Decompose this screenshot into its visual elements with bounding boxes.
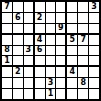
cell-r3c6[interactable]: 9 bbox=[56, 24, 66, 34]
cell-r2c2[interactable]: 6 bbox=[13, 13, 23, 23]
cell-r1c6[interactable] bbox=[56, 2, 66, 12]
cell-r2c7[interactable] bbox=[67, 13, 77, 23]
cell-r1c5[interactable] bbox=[46, 2, 56, 12]
cell-r3c7[interactable] bbox=[67, 24, 77, 34]
cell-r4c9[interactable] bbox=[89, 35, 99, 45]
cell-r6c3[interactable] bbox=[24, 56, 34, 66]
cell-r7c2[interactable]: 2 bbox=[13, 67, 23, 77]
given-digit: 1 bbox=[4, 57, 10, 65]
cell-r9c1[interactable] bbox=[2, 89, 12, 99]
cell-r6c2[interactable] bbox=[13, 56, 23, 66]
cell-r8c4[interactable] bbox=[35, 78, 45, 88]
cell-r5c8[interactable] bbox=[78, 46, 88, 56]
cell-r4c6[interactable] bbox=[56, 35, 66, 45]
cell-r4c3[interactable] bbox=[24, 35, 34, 45]
cell-r8c3[interactable] bbox=[24, 78, 34, 88]
sudoku-board: 73629457836124381 bbox=[0, 0, 101, 101]
cell-r8c6[interactable] bbox=[56, 78, 66, 88]
cell-r5c9[interactable] bbox=[89, 46, 99, 56]
cell-r5c3[interactable]: 3 bbox=[24, 46, 34, 56]
cell-r8c8[interactable]: 8 bbox=[78, 78, 88, 88]
given-digit: 3 bbox=[48, 79, 54, 87]
cell-r2c6[interactable] bbox=[56, 13, 66, 23]
cell-r7c5[interactable] bbox=[46, 67, 56, 77]
given-digit: 6 bbox=[15, 14, 21, 22]
cell-r7c1[interactable] bbox=[2, 67, 12, 77]
cell-r6c7[interactable] bbox=[67, 56, 77, 66]
cell-r5c2[interactable] bbox=[13, 46, 23, 56]
cell-r1c2[interactable] bbox=[13, 2, 23, 12]
cell-r7c8[interactable] bbox=[78, 67, 88, 77]
cell-r5c1[interactable]: 8 bbox=[2, 46, 12, 56]
cell-r1c3[interactable] bbox=[24, 2, 34, 12]
cell-r9c6[interactable] bbox=[56, 89, 66, 99]
cell-r8c7[interactable] bbox=[67, 78, 77, 88]
cell-r6c6[interactable] bbox=[56, 56, 66, 66]
cell-r7c6[interactable] bbox=[56, 67, 66, 77]
cell-r7c3[interactable] bbox=[24, 67, 34, 77]
cell-r1c8[interactable] bbox=[78, 2, 88, 12]
cell-r2c1[interactable] bbox=[2, 13, 12, 23]
cell-r6c9[interactable] bbox=[89, 56, 99, 66]
cell-r3c5[interactable] bbox=[46, 24, 56, 34]
cell-r9c3[interactable] bbox=[24, 89, 34, 99]
given-digit: 8 bbox=[80, 79, 86, 87]
cell-r2c3[interactable] bbox=[24, 13, 34, 23]
cell-r5c7[interactable] bbox=[67, 46, 77, 56]
cell-r5c5[interactable] bbox=[46, 46, 56, 56]
cell-r9c5[interactable]: 1 bbox=[46, 89, 56, 99]
given-digit: 2 bbox=[37, 14, 43, 22]
cell-r3c1[interactable] bbox=[2, 24, 12, 34]
given-digit: 5 bbox=[69, 36, 75, 44]
cell-r8c9[interactable] bbox=[89, 78, 99, 88]
given-digit: 9 bbox=[58, 24, 64, 32]
given-digit: 4 bbox=[37, 36, 43, 44]
cell-r7c9[interactable] bbox=[89, 67, 99, 77]
cell-r2c8[interactable] bbox=[78, 13, 88, 23]
cell-r2c5[interactable] bbox=[46, 13, 56, 23]
cell-r5c4[interactable]: 6 bbox=[35, 46, 45, 56]
cell-r9c4[interactable] bbox=[35, 89, 45, 99]
cell-r8c1[interactable] bbox=[2, 78, 12, 88]
cell-r4c5[interactable] bbox=[46, 35, 56, 45]
cell-r9c7[interactable] bbox=[67, 89, 77, 99]
cell-r6c1[interactable]: 1 bbox=[2, 56, 12, 66]
cell-r8c2[interactable] bbox=[13, 78, 23, 88]
cell-r3c9[interactable] bbox=[89, 24, 99, 34]
cell-r4c2[interactable] bbox=[13, 35, 23, 45]
cell-r1c7[interactable] bbox=[67, 2, 77, 12]
cell-r7c4[interactable] bbox=[35, 67, 45, 77]
cell-r3c2[interactable] bbox=[13, 24, 23, 34]
given-digit: 2 bbox=[15, 68, 21, 76]
cell-r9c8[interactable] bbox=[78, 89, 88, 99]
given-digit: 1 bbox=[48, 90, 54, 98]
cell-r5c6[interactable] bbox=[56, 46, 66, 56]
given-digit: 8 bbox=[4, 46, 10, 54]
cell-r1c9[interactable]: 3 bbox=[89, 2, 99, 12]
cell-r6c4[interactable] bbox=[35, 56, 45, 66]
cell-r4c4[interactable]: 4 bbox=[35, 35, 45, 45]
cell-r9c2[interactable] bbox=[13, 89, 23, 99]
cell-r9c9[interactable] bbox=[89, 89, 99, 99]
cell-r6c5[interactable] bbox=[46, 56, 56, 66]
given-digit: 4 bbox=[69, 68, 75, 76]
cell-r4c1[interactable] bbox=[2, 35, 12, 45]
cell-r3c4[interactable] bbox=[35, 24, 45, 34]
cell-r2c4[interactable]: 2 bbox=[35, 13, 45, 23]
cell-r8c5[interactable]: 3 bbox=[46, 78, 56, 88]
cell-r3c8[interactable] bbox=[78, 24, 88, 34]
given-digit: 3 bbox=[25, 46, 31, 54]
given-digit: 3 bbox=[91, 3, 97, 11]
cell-r2c9[interactable] bbox=[89, 13, 99, 23]
given-digit: 7 bbox=[80, 36, 86, 44]
cell-r1c1[interactable]: 7 bbox=[2, 2, 12, 12]
cell-r7c7[interactable]: 4 bbox=[67, 67, 77, 77]
cell-r1c4[interactable] bbox=[35, 2, 45, 12]
cell-r3c3[interactable] bbox=[24, 24, 34, 34]
given-digit: 6 bbox=[37, 46, 43, 54]
cell-r4c7[interactable]: 5 bbox=[67, 35, 77, 45]
cell-r6c8[interactable] bbox=[78, 56, 88, 66]
given-digit: 7 bbox=[4, 3, 10, 11]
cell-r4c8[interactable]: 7 bbox=[78, 35, 88, 45]
